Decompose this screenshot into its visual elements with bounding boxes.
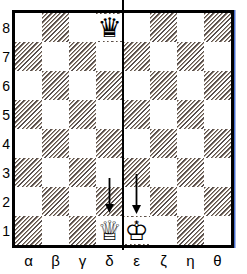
square-η6[interactable]: [177, 71, 204, 100]
square-η2[interactable]: [177, 187, 204, 216]
square-ζ6[interactable]: [150, 71, 177, 100]
square-α6[interactable]: [15, 71, 42, 100]
square-α7[interactable]: [15, 42, 42, 71]
square-η4[interactable]: [177, 129, 204, 158]
rank-label-5: 5: [0, 100, 11, 129]
file-labels: αβγδεζηθ: [15, 251, 231, 269]
square-ε3[interactable]: [123, 158, 150, 187]
file-label-γ: γ: [69, 251, 96, 269]
square-θ3[interactable]: [204, 158, 231, 187]
square-ζ7[interactable]: [150, 42, 177, 71]
square-ζ3[interactable]: [150, 158, 177, 187]
square-α1[interactable]: [15, 216, 42, 245]
square-γ4[interactable]: [69, 129, 96, 158]
square-δ2[interactable]: [96, 187, 123, 216]
square-β6[interactable]: [42, 71, 69, 100]
square-α4[interactable]: [15, 129, 42, 158]
square-β1[interactable]: [42, 216, 69, 245]
square-γ8[interactable]: [69, 13, 96, 42]
square-ζ8[interactable]: [150, 13, 177, 42]
rank-label-4: 4: [0, 129, 11, 158]
square-ζ1[interactable]: [150, 216, 177, 245]
square-γ7[interactable]: [69, 42, 96, 71]
file-label-ε: ε: [123, 251, 150, 269]
rank-label-1: 1: [0, 216, 11, 245]
square-α8[interactable]: [15, 13, 42, 42]
square-ε4[interactable]: [123, 129, 150, 158]
square-γ1[interactable]: [69, 216, 96, 245]
file-label-θ: θ: [204, 251, 231, 269]
file-label-δ: δ: [96, 251, 123, 269]
square-β4[interactable]: [42, 129, 69, 158]
square-η1[interactable]: [177, 216, 204, 245]
square-δ1[interactable]: ♕: [96, 216, 123, 245]
square-η3[interactable]: [177, 158, 204, 187]
square-β5[interactable]: [42, 100, 69, 129]
square-ε8[interactable]: [123, 13, 150, 42]
square-γ5[interactable]: [69, 100, 96, 129]
square-β2[interactable]: [42, 187, 69, 216]
square-ε2[interactable]: [123, 187, 150, 216]
square-β8[interactable]: [42, 13, 69, 42]
square-β3[interactable]: [42, 158, 69, 187]
square-θ1[interactable]: [204, 216, 231, 245]
file-label-ζ: ζ: [150, 251, 177, 269]
square-η8[interactable]: [177, 13, 204, 42]
square-β7[interactable]: [42, 42, 69, 71]
square-δ6[interactable]: [96, 71, 123, 100]
rank-label-6: 6: [0, 71, 11, 100]
square-γ6[interactable]: [69, 71, 96, 100]
square-δ5[interactable]: [96, 100, 123, 129]
square-ζ4[interactable]: [150, 129, 177, 158]
rank-label-3: 3: [0, 158, 11, 187]
square-α2[interactable]: [15, 187, 42, 216]
square-θ4[interactable]: [204, 129, 231, 158]
square-θ7[interactable]: [204, 42, 231, 71]
square-η5[interactable]: [177, 100, 204, 129]
white-king[interactable]: ♔: [123, 217, 149, 244]
square-θ2[interactable]: [204, 187, 231, 216]
black-queen[interactable]: ♛: [96, 14, 122, 41]
file-label-β: β: [42, 251, 69, 269]
white-queen[interactable]: ♕: [97, 217, 121, 244]
square-α5[interactable]: [15, 100, 42, 129]
square-ε1[interactable]: ♔: [123, 216, 150, 245]
file-label-η: η: [177, 251, 204, 269]
square-ζ2[interactable]: [150, 187, 177, 216]
rank-label-8: 8: [0, 13, 11, 42]
square-δ7[interactable]: [96, 42, 123, 71]
square-ε5[interactable]: [123, 100, 150, 129]
file-label-α: α: [15, 251, 42, 269]
square-ε7[interactable]: [123, 42, 150, 71]
square-γ2[interactable]: [69, 187, 96, 216]
square-δ3[interactable]: [96, 158, 123, 187]
chess-diagram: 87654321 ♛♕♔ αβγδεζηθ: [0, 0, 247, 274]
rank-labels: 87654321: [0, 13, 11, 245]
square-θ6[interactable]: [204, 71, 231, 100]
square-θ8[interactable]: [204, 13, 231, 42]
square-ζ5[interactable]: [150, 100, 177, 129]
square-α3[interactable]: [15, 158, 42, 187]
square-θ5[interactable]: [204, 100, 231, 129]
rank-label-7: 7: [0, 42, 11, 71]
rank-label-2: 2: [0, 187, 11, 216]
square-ε6[interactable]: [123, 71, 150, 100]
square-η7[interactable]: [177, 42, 204, 71]
square-δ4[interactable]: [96, 129, 123, 158]
square-γ3[interactable]: [69, 158, 96, 187]
square-δ8[interactable]: ♛: [96, 13, 123, 42]
divider-line: [122, 0, 124, 250]
